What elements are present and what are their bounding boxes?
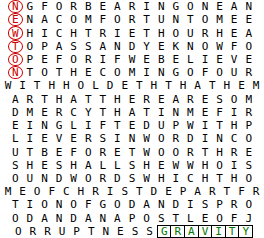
grid-cell[interactable]: E xyxy=(37,159,52,172)
grid-cell[interactable]: O xyxy=(30,185,45,198)
grid-cell[interactable]: T xyxy=(110,119,125,132)
boxed-letter-cell[interactable]: Y xyxy=(238,225,253,238)
grid-cell[interactable]: C xyxy=(59,185,74,198)
grid-cell[interactable]: T xyxy=(81,26,96,39)
grid-cell[interactable]: A xyxy=(110,0,125,13)
grid-cell[interactable]: O xyxy=(23,40,38,53)
grid-cell[interactable]: L xyxy=(8,132,23,145)
grid-cell[interactable]: T xyxy=(183,13,198,26)
grid-cell[interactable]: E xyxy=(227,26,242,39)
grid-cell[interactable]: H xyxy=(59,79,74,92)
grid-cell[interactable]: P xyxy=(168,119,183,132)
grid-cell[interactable]: A xyxy=(66,93,81,106)
grid-cell[interactable]: H xyxy=(74,185,89,198)
grid-cell[interactable]: T xyxy=(161,79,176,92)
grid-cell[interactable]: E xyxy=(125,93,140,106)
grid-cell[interactable]: G xyxy=(52,119,67,132)
grid-cell[interactable]: N xyxy=(198,0,213,13)
grid-cell[interactable]: F xyxy=(212,106,227,119)
grid-cell[interactable]: N xyxy=(241,0,256,13)
grid-cell[interactable]: O xyxy=(168,145,183,158)
grid-cell[interactable]: H xyxy=(227,119,242,132)
grid-cell[interactable]: D xyxy=(23,212,38,225)
grid-cell[interactable]: T xyxy=(8,198,23,211)
grid-cell[interactable]: M xyxy=(183,106,198,119)
circled-letter-cell[interactable]: O xyxy=(8,53,23,66)
grid-cell[interactable]: E xyxy=(52,145,67,158)
grid-cell[interactable]: H xyxy=(198,172,213,185)
grid-cell[interactable]: I xyxy=(198,119,213,132)
grid-cell[interactable]: H xyxy=(110,106,125,119)
grid-cell[interactable]: I xyxy=(15,79,30,92)
grid-cell[interactable]: U xyxy=(154,119,169,132)
grid-cell[interactable]: E xyxy=(15,185,30,198)
grid-cell[interactable]: R xyxy=(81,53,96,66)
grid-cell[interactable]: B xyxy=(81,0,96,13)
grid-cell[interactable]: E xyxy=(154,159,169,172)
grid-cell[interactable]: V xyxy=(52,132,67,145)
grid-cell[interactable]: R xyxy=(183,145,198,158)
grid-cell[interactable]: T xyxy=(139,106,154,119)
grid-cell[interactable]: I xyxy=(227,106,242,119)
grid-cell[interactable]: O xyxy=(110,198,125,211)
grid-cell[interactable]: I xyxy=(23,198,38,211)
grid-cell[interactable]: R xyxy=(66,0,81,13)
grid-cell[interactable]: E xyxy=(96,0,111,13)
grid-cell[interactable]: I xyxy=(139,0,154,13)
grid-cell[interactable]: A xyxy=(139,198,154,211)
grid-cell[interactable]: A xyxy=(190,79,205,92)
grid-cell[interactable]: I xyxy=(23,119,38,132)
grid-cell[interactable]: F xyxy=(96,119,111,132)
grid-cell[interactable]: N xyxy=(183,40,198,53)
grid-cell[interactable]: S xyxy=(241,159,256,172)
grid-cell[interactable]: N xyxy=(168,13,183,26)
grid-cell[interactable]: T xyxy=(205,79,220,92)
grid-cell[interactable]: A xyxy=(125,106,140,119)
grid-cell[interactable]: A xyxy=(227,0,242,13)
grid-cell[interactable]: O xyxy=(11,225,26,238)
grid-cell[interactable]: T xyxy=(198,145,213,158)
grid-cell[interactable]: D xyxy=(183,132,198,145)
grid-cell[interactable]: T xyxy=(30,79,45,92)
grid-cell[interactable]: W xyxy=(139,145,154,158)
boxed-letter-cell[interactable]: T xyxy=(225,225,240,238)
grid-cell[interactable]: H xyxy=(176,79,191,92)
grid-cell[interactable]: D xyxy=(8,106,23,119)
grid-cell[interactable]: H xyxy=(198,159,213,172)
grid-cell[interactable]: I xyxy=(198,132,213,145)
grid-cell[interactable]: G xyxy=(23,0,38,13)
grid-cell[interactable]: F xyxy=(66,145,81,158)
grid-cell[interactable]: C xyxy=(183,172,198,185)
grid-cell[interactable]: P xyxy=(125,212,140,225)
grid-cell[interactable]: T xyxy=(52,66,67,79)
grid-cell[interactable]: N xyxy=(212,132,227,145)
grid-cell[interactable]: H xyxy=(66,26,81,39)
grid-cell[interactable]: R xyxy=(96,172,111,185)
grid-cell[interactable]: O xyxy=(81,172,96,185)
grid-cell[interactable]: E xyxy=(37,106,52,119)
grid-cell[interactable]: P xyxy=(212,198,227,211)
grid-cell[interactable]: R xyxy=(88,185,103,198)
grid-cell[interactable]: O xyxy=(198,40,213,53)
grid-cell[interactable]: L xyxy=(88,79,103,92)
grid-cell[interactable]: N xyxy=(37,119,52,132)
grid-cell[interactable]: E xyxy=(241,13,256,26)
grid-cell[interactable]: O xyxy=(227,93,242,106)
grid-cell[interactable]: S xyxy=(52,159,67,172)
grid-cell[interactable]: O xyxy=(198,13,213,26)
grid-cell[interactable]: O xyxy=(37,198,52,211)
grid-cell[interactable]: T xyxy=(212,119,227,132)
grid-cell[interactable]: S xyxy=(142,225,157,238)
grid-cell[interactable]: A xyxy=(190,185,205,198)
grid-cell[interactable]: N xyxy=(37,172,52,185)
grid-cell[interactable]: E xyxy=(154,93,169,106)
circled-letter-cell[interactable]: E xyxy=(8,13,23,26)
grid-cell[interactable]: C xyxy=(227,132,242,145)
grid-cell[interactable]: E xyxy=(81,66,96,79)
grid-cell[interactable]: N xyxy=(154,0,169,13)
grid-cell[interactable]: O xyxy=(241,198,256,211)
grid-cell[interactable]: R xyxy=(96,26,111,39)
grid-cell[interactable]: S xyxy=(125,172,140,185)
grid-cell[interactable]: E xyxy=(241,53,256,66)
circled-letter-cell[interactable]: N xyxy=(8,0,23,13)
grid-cell[interactable]: R xyxy=(227,198,242,211)
grid-cell[interactable]: M xyxy=(125,66,140,79)
grid-cell[interactable]: O xyxy=(66,198,81,211)
grid-cell[interactable]: N xyxy=(168,106,183,119)
grid-cell[interactable]: P xyxy=(241,119,256,132)
grid-cell[interactable]: E xyxy=(37,132,52,145)
grid-cell[interactable]: M xyxy=(81,13,96,26)
grid-cell[interactable]: S xyxy=(154,212,169,225)
boxed-letter-cell[interactable]: G xyxy=(157,225,172,238)
grid-cell[interactable]: T xyxy=(168,212,183,225)
grid-cell[interactable]: O xyxy=(66,13,81,26)
grid-cell[interactable]: H xyxy=(66,159,81,172)
grid-cell[interactable]: H xyxy=(154,172,169,185)
grid-cell[interactable]: E xyxy=(241,145,256,158)
grid-cell[interactable]: H xyxy=(23,26,38,39)
grid-cell[interactable]: U xyxy=(227,66,242,79)
boxed-letter-cell[interactable]: V xyxy=(198,225,213,238)
grid-cell[interactable]: F xyxy=(227,212,242,225)
grid-cell[interactable]: D xyxy=(147,185,162,198)
grid-cell[interactable]: W xyxy=(212,40,227,53)
grid-cell[interactable]: U xyxy=(8,145,23,158)
grid-cell[interactable]: T xyxy=(23,145,38,158)
grid-cell[interactable]: O xyxy=(8,172,23,185)
grid-cell[interactable]: H xyxy=(110,93,125,106)
grid-cell[interactable]: E xyxy=(234,79,249,92)
grid-cell[interactable]: B xyxy=(37,145,52,158)
grid-cell[interactable]: A xyxy=(81,159,96,172)
grid-cell[interactable]: P xyxy=(176,185,191,198)
grid-cell[interactable]: O xyxy=(183,0,198,13)
grid-cell[interactable]: D xyxy=(168,198,183,211)
grid-cell[interactable]: D xyxy=(125,198,140,211)
grid-cell[interactable]: R xyxy=(249,185,264,198)
grid-cell[interactable]: W xyxy=(139,172,154,185)
grid-cell[interactable]: F xyxy=(37,0,52,13)
grid-cell[interactable]: N xyxy=(96,212,111,225)
grid-cell[interactable]: H xyxy=(220,79,235,92)
grid-cell[interactable]: D xyxy=(52,172,67,185)
grid-cell[interactable]: H xyxy=(147,79,162,92)
grid-cell[interactable]: E xyxy=(212,53,227,66)
grid-cell[interactable]: N xyxy=(125,132,140,145)
grid-cell[interactable]: A xyxy=(37,13,52,26)
grid-cell[interactable]: U xyxy=(154,13,169,26)
grid-cell[interactable]: T xyxy=(96,93,111,106)
grid-cell[interactable]: R xyxy=(183,93,198,106)
grid-cell[interactable]: F xyxy=(198,66,213,79)
grid-cell[interactable]: P xyxy=(37,40,52,53)
grid-cell[interactable]: H xyxy=(139,159,154,172)
grid-cell[interactable]: R xyxy=(168,132,183,145)
grid-cell[interactable]: O xyxy=(212,159,227,172)
grid-cell[interactable]: D xyxy=(125,40,140,53)
grid-cell[interactable]: I xyxy=(81,119,96,132)
grid-cell[interactable]: E xyxy=(198,93,213,106)
grid-cell[interactable]: E xyxy=(198,106,213,119)
grid-cell[interactable]: M xyxy=(249,79,264,92)
grid-cell[interactable]: I xyxy=(37,26,52,39)
grid-cell[interactable]: W xyxy=(183,159,198,172)
grid-cell[interactable]: R xyxy=(125,13,140,26)
grid-cell[interactable]: R xyxy=(96,145,111,158)
grid-cell[interactable]: E xyxy=(139,53,154,66)
grid-cell[interactable]: S xyxy=(125,159,140,172)
grid-cell[interactable]: F xyxy=(96,13,111,26)
grid-cell[interactable]: T xyxy=(139,13,154,26)
grid-cell[interactable]: P xyxy=(69,225,84,238)
grid-cell[interactable]: S xyxy=(128,225,143,238)
grid-cell[interactable]: N xyxy=(154,66,169,79)
grid-cell[interactable]: W xyxy=(1,79,16,92)
grid-cell[interactable]: O xyxy=(183,66,198,79)
grid-cell[interactable]: M xyxy=(212,13,227,26)
grid-cell[interactable]: E xyxy=(154,40,169,53)
grid-cell[interactable]: E xyxy=(125,26,140,39)
grid-cell[interactable]: F xyxy=(110,53,125,66)
grid-cell[interactable]: H xyxy=(23,159,38,172)
grid-cell[interactable]: E xyxy=(198,212,213,225)
grid-cell[interactable]: S xyxy=(96,132,111,145)
grid-cell[interactable]: C xyxy=(52,13,67,26)
grid-cell[interactable]: S xyxy=(8,159,23,172)
grid-cell[interactable]: H xyxy=(66,66,81,79)
grid-cell[interactable]: E xyxy=(161,185,176,198)
grid-cell[interactable]: N xyxy=(23,13,38,26)
grid-cell[interactable]: E xyxy=(212,0,227,13)
grid-cell[interactable]: K xyxy=(168,40,183,53)
grid-cell[interactable]: G xyxy=(168,0,183,13)
grid-cell[interactable]: O xyxy=(81,145,96,158)
grid-cell[interactable]: A xyxy=(96,40,111,53)
grid-cell[interactable]: R xyxy=(125,0,140,13)
grid-cell[interactable]: D xyxy=(103,79,118,92)
grid-cell[interactable]: C xyxy=(66,106,81,119)
grid-cell[interactable]: O xyxy=(139,212,154,225)
grid-cell[interactable]: C xyxy=(52,26,67,39)
grid-cell[interactable]: N xyxy=(154,198,169,211)
grid-cell[interactable]: J xyxy=(241,212,256,225)
grid-cell[interactable]: T xyxy=(125,145,140,158)
grid-cell[interactable]: A xyxy=(37,212,52,225)
grid-cell[interactable]: E xyxy=(113,225,128,238)
grid-cell[interactable]: N xyxy=(52,198,67,211)
grid-cell[interactable]: A xyxy=(81,212,96,225)
grid-cell[interactable]: S xyxy=(81,40,96,53)
grid-cell[interactable]: W xyxy=(183,119,198,132)
grid-cell[interactable]: S xyxy=(117,185,132,198)
grid-cell[interactable]: D xyxy=(110,172,125,185)
grid-cell[interactable]: W xyxy=(139,132,154,145)
grid-cell[interactable]: V xyxy=(227,53,242,66)
grid-cell[interactable]: E xyxy=(227,13,242,26)
grid-cell[interactable]: E xyxy=(110,145,125,158)
grid-cell[interactable]: E xyxy=(8,119,23,132)
grid-cell[interactable]: R xyxy=(227,145,242,158)
grid-cell[interactable]: O xyxy=(212,212,227,225)
grid-cell[interactable]: I xyxy=(154,106,169,119)
grid-cell[interactable]: I xyxy=(110,132,125,145)
grid-cell[interactable]: T xyxy=(84,225,99,238)
grid-cell[interactable]: H xyxy=(212,26,227,39)
grid-cell[interactable]: E xyxy=(125,119,140,132)
grid-cell[interactable]: U xyxy=(23,172,38,185)
grid-cell[interactable]: F xyxy=(234,185,249,198)
grid-cell[interactable]: I xyxy=(103,185,118,198)
grid-cell[interactable]: C xyxy=(96,66,111,79)
grid-cell[interactable]: O xyxy=(212,66,227,79)
boxed-letter-cell[interactable]: A xyxy=(184,225,199,238)
grid-cell[interactable]: G xyxy=(168,66,183,79)
grid-cell[interactable]: L xyxy=(96,159,111,172)
grid-cell[interactable]: E xyxy=(117,79,132,92)
grid-cell[interactable]: O xyxy=(37,66,52,79)
grid-cell[interactable]: A xyxy=(168,93,183,106)
grid-cell[interactable]: H xyxy=(212,145,227,158)
grid-cell[interactable]: R xyxy=(52,106,67,119)
grid-cell[interactable]: I xyxy=(168,172,183,185)
grid-cell[interactable]: G xyxy=(96,198,111,211)
grid-cell[interactable]: T xyxy=(23,66,38,79)
grid-cell[interactable]: I xyxy=(183,198,198,211)
grid-cell[interactable]: O xyxy=(8,212,23,225)
grid-cell[interactable]: R xyxy=(40,225,55,238)
grid-cell[interactable]: M xyxy=(23,106,38,119)
grid-cell[interactable]: O xyxy=(110,66,125,79)
grid-cell[interactable]: N xyxy=(52,212,67,225)
grid-cell[interactable]: I xyxy=(110,26,125,39)
grid-cell[interactable]: P xyxy=(23,53,38,66)
grid-cell[interactable]: A xyxy=(8,93,23,106)
grid-cell[interactable]: F xyxy=(52,53,67,66)
grid-cell[interactable]: O xyxy=(168,26,183,39)
grid-cell[interactable]: M xyxy=(1,185,16,198)
grid-cell[interactable]: Y xyxy=(139,40,154,53)
grid-cell[interactable]: R xyxy=(23,93,38,106)
grid-cell[interactable]: A xyxy=(110,212,125,225)
grid-cell[interactable]: Y xyxy=(81,106,96,119)
grid-cell[interactable]: W xyxy=(168,159,183,172)
grid-cell[interactable]: O xyxy=(52,0,67,13)
grid-cell[interactable]: T xyxy=(37,93,52,106)
grid-cell[interactable]: I xyxy=(198,53,213,66)
grid-cell[interactable]: F xyxy=(81,198,96,211)
grid-cell[interactable]: D xyxy=(139,119,154,132)
grid-cell[interactable]: S xyxy=(212,93,227,106)
grid-cell[interactable]: O xyxy=(110,13,125,26)
grid-cell[interactable]: N xyxy=(110,40,125,53)
grid-cell[interactable]: O xyxy=(241,40,256,53)
grid-cell[interactable]: T xyxy=(132,185,147,198)
grid-cell[interactable]: O xyxy=(154,145,169,158)
grid-cell[interactable]: T xyxy=(139,26,154,39)
circled-letter-cell[interactable]: N xyxy=(8,66,23,79)
grid-cell[interactable]: R xyxy=(81,132,96,145)
grid-cell[interactable]: E xyxy=(168,53,183,66)
grid-cell[interactable]: F xyxy=(227,40,242,53)
grid-cell[interactable]: N xyxy=(99,225,114,238)
grid-cell[interactable]: E xyxy=(37,53,52,66)
grid-cell[interactable]: S xyxy=(66,40,81,53)
grid-cell[interactable]: A xyxy=(241,26,256,39)
grid-cell[interactable]: L xyxy=(110,159,125,172)
boxed-letter-cell[interactable]: R xyxy=(170,225,185,238)
grid-cell[interactable]: R xyxy=(205,185,220,198)
grid-cell[interactable]: M xyxy=(241,93,256,106)
grid-cell[interactable]: T xyxy=(96,106,111,119)
boxed-letter-cell[interactable]: I xyxy=(211,225,226,238)
grid-cell[interactable]: L xyxy=(66,119,81,132)
grid-cell[interactable]: I xyxy=(227,159,242,172)
grid-cell[interactable]: O xyxy=(66,53,81,66)
grid-cell[interactable]: H xyxy=(227,172,242,185)
grid-cell[interactable]: S xyxy=(198,198,213,211)
grid-cell[interactable]: W xyxy=(125,53,140,66)
grid-cell[interactable]: R xyxy=(26,225,41,238)
grid-cell[interactable]: T xyxy=(212,172,227,185)
grid-cell[interactable]: B xyxy=(154,53,169,66)
grid-cell[interactable]: D xyxy=(66,212,81,225)
grid-cell[interactable]: R xyxy=(198,26,213,39)
grid-cell[interactable]: U xyxy=(55,225,70,238)
grid-cell[interactable]: O xyxy=(154,132,169,145)
grid-cell[interactable]: H xyxy=(44,79,59,92)
circled-letter-cell[interactable]: T xyxy=(8,40,23,53)
grid-cell[interactable]: I xyxy=(139,66,154,79)
grid-cell[interactable]: T xyxy=(81,93,96,106)
grid-cell[interactable]: U xyxy=(183,26,198,39)
grid-cell[interactable]: W xyxy=(66,172,81,185)
grid-cell[interactable]: L xyxy=(183,212,198,225)
grid-cell[interactable]: H xyxy=(52,93,67,106)
grid-cell[interactable]: R xyxy=(241,106,256,119)
grid-cell[interactable]: O xyxy=(74,79,89,92)
grid-cell[interactable]: R xyxy=(139,93,154,106)
grid-cell[interactable]: T xyxy=(220,185,235,198)
grid-cell[interactable]: I xyxy=(96,53,111,66)
grid-cell[interactable]: A xyxy=(52,40,67,53)
grid-cell[interactable]: L xyxy=(183,53,198,66)
circled-letter-cell[interactable]: W xyxy=(8,26,23,39)
